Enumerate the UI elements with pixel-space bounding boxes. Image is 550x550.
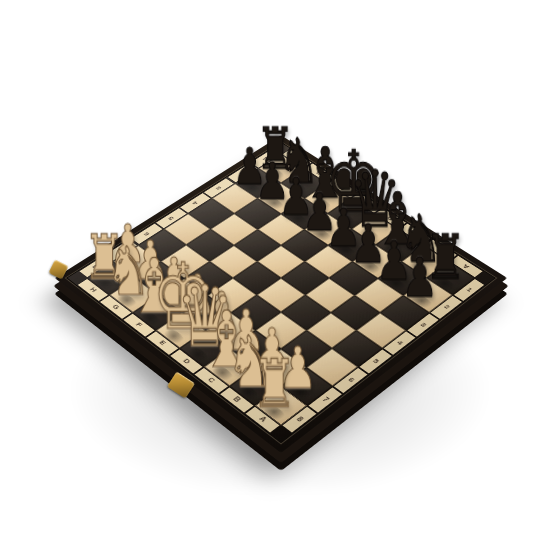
square-b4 [331, 295, 381, 330]
product-photo-scene: HGFEDCBA1♜♞♝♚♛♝♞♜12♟♟♟♟♟♟♟♟2334455667♟♟♟… [0, 0, 550, 550]
chess-board: HGFEDCBA1♜♞♝♚♛♝♞♜12♟♟♟♟♟♟♟♟2334455667♟♟♟… [55, 135, 508, 453]
stage: HGFEDCBA1♜♞♝♚♛♝♞♜12♟♟♟♟♟♟♟♟2334455667♟♟♟… [0, 0, 550, 550]
chess-board-3d: HGFEDCBA1♜♞♝♚♛♝♞♜12♟♟♟♟♟♟♟♟2334455667♟♟♟… [55, 135, 508, 453]
piece-white-rook: ♜ [251, 354, 285, 415]
board-grid: HGFEDCBA1♜♞♝♚♛♝♞♜12♟♟♟♟♟♟♟♟2334455667♟♟♟… [67, 143, 494, 442]
piece-black-pawn: ♟ [401, 253, 433, 303]
